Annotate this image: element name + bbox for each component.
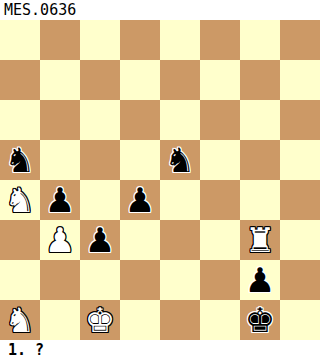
square-b6[interactable] [40, 100, 80, 140]
square-g8[interactable] [240, 20, 280, 60]
square-c6[interactable] [80, 100, 120, 140]
square-d2[interactable] [120, 260, 160, 300]
square-d5[interactable] [120, 140, 160, 180]
square-c3[interactable]: ♟ [80, 220, 120, 260]
black-pawn-d4[interactable]: ♟ [125, 180, 155, 220]
square-g4[interactable] [240, 180, 280, 220]
square-b1[interactable] [40, 300, 80, 340]
square-f8[interactable] [200, 20, 240, 60]
square-c7[interactable] [80, 60, 120, 100]
black-pawn-c3[interactable]: ♟ [85, 220, 115, 260]
square-b4[interactable]: ♟ [40, 180, 80, 220]
square-d1[interactable] [120, 300, 160, 340]
square-g2[interactable]: ♟ [240, 260, 280, 300]
square-f2[interactable] [200, 260, 240, 300]
square-h5[interactable] [280, 140, 320, 180]
square-b8[interactable] [40, 20, 80, 60]
square-d7[interactable] [120, 60, 160, 100]
white-knight-a1[interactable]: ♞ [5, 300, 35, 340]
square-b3[interactable]: ♟ [40, 220, 80, 260]
square-h4[interactable] [280, 180, 320, 220]
square-e1[interactable] [160, 300, 200, 340]
square-e5[interactable]: ♞ [160, 140, 200, 180]
square-a1[interactable]: ♞ [0, 300, 40, 340]
white-king-c1[interactable]: ♚ [85, 300, 115, 340]
square-g5[interactable] [240, 140, 280, 180]
square-d3[interactable] [120, 220, 160, 260]
square-e4[interactable] [160, 180, 200, 220]
square-e7[interactable] [160, 60, 200, 100]
square-e8[interactable] [160, 20, 200, 60]
square-b7[interactable] [40, 60, 80, 100]
square-h7[interactable] [280, 60, 320, 100]
square-f3[interactable] [200, 220, 240, 260]
square-c1[interactable]: ♚ [80, 300, 120, 340]
white-rook-g3[interactable]: ♜ [245, 220, 275, 260]
square-g7[interactable] [240, 60, 280, 100]
square-b5[interactable] [40, 140, 80, 180]
square-a2[interactable] [0, 260, 40, 300]
black-knight-a5[interactable]: ♞ [5, 140, 35, 180]
square-a7[interactable] [0, 60, 40, 100]
square-c2[interactable] [80, 260, 120, 300]
square-c5[interactable] [80, 140, 120, 180]
square-d8[interactable] [120, 20, 160, 60]
square-c4[interactable] [80, 180, 120, 220]
square-h2[interactable] [280, 260, 320, 300]
white-pawn-b3[interactable]: ♟ [45, 220, 75, 260]
black-pawn-b4[interactable]: ♟ [45, 180, 75, 220]
square-d6[interactable] [120, 100, 160, 140]
square-c8[interactable] [80, 20, 120, 60]
black-king-g1[interactable]: ♚ [245, 300, 275, 340]
square-d4[interactable]: ♟ [120, 180, 160, 220]
square-a3[interactable] [0, 220, 40, 260]
square-f7[interactable] [200, 60, 240, 100]
square-h3[interactable] [280, 220, 320, 260]
square-e3[interactable] [160, 220, 200, 260]
square-a5[interactable]: ♞ [0, 140, 40, 180]
square-a8[interactable] [0, 20, 40, 60]
square-f4[interactable] [200, 180, 240, 220]
square-g3[interactable]: ♜ [240, 220, 280, 260]
chess-board: ♞♞♞♟♟♟♟♜♟♞♚♚ [0, 20, 320, 340]
square-f5[interactable] [200, 140, 240, 180]
move-prompt: 1. ? [0, 340, 320, 360]
square-h6[interactable] [280, 100, 320, 140]
square-e6[interactable] [160, 100, 200, 140]
square-h1[interactable] [280, 300, 320, 340]
black-pawn-g2[interactable]: ♟ [245, 260, 275, 300]
square-a4[interactable]: ♞ [0, 180, 40, 220]
square-h8[interactable] [280, 20, 320, 60]
square-g6[interactable] [240, 100, 280, 140]
black-knight-e5[interactable]: ♞ [165, 140, 195, 180]
square-g1[interactable]: ♚ [240, 300, 280, 340]
square-f6[interactable] [200, 100, 240, 140]
white-knight-a4[interactable]: ♞ [5, 180, 35, 220]
square-a6[interactable] [0, 100, 40, 140]
puzzle-title: MES.0636 [0, 0, 320, 20]
square-e2[interactable] [160, 260, 200, 300]
square-f1[interactable] [200, 300, 240, 340]
square-b2[interactable] [40, 260, 80, 300]
